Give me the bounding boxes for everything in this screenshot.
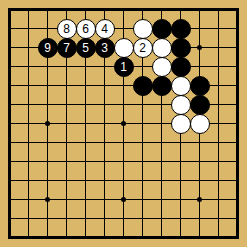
stone-white [171,114,191,134]
star-point [197,197,202,202]
stone-black [171,57,191,77]
stone-black-move-7: 7 [57,38,77,58]
stone-black-move-1: 1 [114,57,134,77]
move-number: 9 [44,42,51,54]
grid-line-horizontal [8,180,239,181]
stone-white-move-8: 8 [57,19,77,39]
move-number: 8 [63,23,70,35]
stone-white [171,76,191,96]
star-point [45,121,50,126]
move-number: 7 [63,42,70,54]
move-number: 6 [82,23,89,35]
stone-black [133,76,153,96]
star-point [121,197,126,202]
move-number: 5 [82,42,89,54]
grid-line-horizontal [8,161,239,162]
stone-black [190,95,210,115]
stone-white-move-6: 6 [76,19,96,39]
star-point [121,121,126,126]
stone-white-move-2: 2 [133,38,153,58]
stone-black [171,19,191,39]
move-number: 3 [101,42,108,54]
stone-white [133,19,153,39]
stone-white-move-4: 4 [95,19,115,39]
go-board: 864975321 [0,0,247,247]
stone-white [152,38,172,58]
move-number: 1 [120,61,127,73]
star-point [197,45,202,50]
grid-line-vertical [236,8,239,239]
grid-line-horizontal [8,236,239,239]
move-number: 4 [101,23,108,35]
star-point [45,197,50,202]
stone-black [171,38,191,58]
stone-white [114,38,134,58]
stone-white [190,114,210,134]
stone-white [171,95,191,115]
stone-black [152,76,172,96]
stone-white [152,57,172,77]
grid-line-vertical [218,8,219,239]
grid-line-horizontal [8,142,239,143]
stone-black [190,76,210,96]
stone-black-move-3: 3 [95,38,115,58]
grid-line-horizontal [8,218,239,219]
stone-black [152,19,172,39]
move-number: 2 [139,42,146,54]
stone-black-move-5: 5 [76,38,96,58]
stone-black-move-9: 9 [38,38,58,58]
